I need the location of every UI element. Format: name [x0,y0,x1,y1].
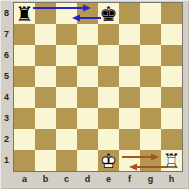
square-e2[interactable] [98,129,119,150]
square-g5[interactable] [140,66,161,87]
square-c6[interactable] [56,45,77,66]
square-a8[interactable]: ♜ [14,3,35,24]
square-f6[interactable] [119,45,140,66]
file-label-c: c [56,172,77,187]
square-d8[interactable] [77,3,98,24]
square-b5[interactable] [35,66,56,87]
square-g3[interactable] [140,108,161,129]
square-c3[interactable] [56,108,77,129]
file-labels: abcdefgh [14,172,182,187]
square-a2[interactable] [14,129,35,150]
piece-black-rook[interactable]: ♜ [14,3,35,24]
square-g7[interactable] [140,24,161,45]
square-b2[interactable] [35,129,56,150]
square-f3[interactable] [119,108,140,129]
file-label-f: f [119,172,140,187]
square-h5[interactable] [161,66,182,87]
piece-outline-glyph: ♔ [98,150,119,171]
square-b4[interactable] [35,87,56,108]
square-g1[interactable] [140,150,161,171]
square-b1[interactable] [35,150,56,171]
square-b3[interactable] [35,108,56,129]
square-b6[interactable] [35,45,56,66]
rank-label-6: 6 [0,45,13,66]
square-c4[interactable] [56,87,77,108]
square-e3[interactable] [98,108,119,129]
square-d4[interactable] [77,87,98,108]
square-f8[interactable] [119,3,140,24]
piece-outline-glyph: ♖ [161,150,182,171]
file-label-a: a [14,172,35,187]
rank-label-1: 1 [0,150,13,171]
square-g8[interactable] [140,3,161,24]
rank-label-5: 5 [0,66,13,87]
square-a6[interactable] [14,45,35,66]
square-b7[interactable] [35,24,56,45]
square-c1[interactable] [56,150,77,171]
rank-labels: 87654321 [0,3,13,171]
rank-label-4: 4 [0,87,13,108]
piece-white-rook[interactable]: ♜♖ [161,150,182,171]
square-g2[interactable] [140,129,161,150]
rank-label-3: 3 [0,108,13,129]
chess-diagram: 87654321 ♜♚♚♔♜♖ abcdefgh [0,0,189,189]
rank-label-8: 8 [0,3,13,24]
square-e1[interactable]: ♚♔ [98,150,119,171]
square-d6[interactable] [77,45,98,66]
square-e7[interactable] [98,24,119,45]
square-d2[interactable] [77,129,98,150]
square-c2[interactable] [56,129,77,150]
square-a3[interactable] [14,108,35,129]
square-c7[interactable] [56,24,77,45]
file-label-h: h [161,172,182,187]
square-e6[interactable] [98,45,119,66]
square-a4[interactable] [14,87,35,108]
square-g4[interactable] [140,87,161,108]
square-h6[interactable] [161,45,182,66]
square-d7[interactable] [77,24,98,45]
rank-label-2: 2 [0,129,13,150]
square-b8[interactable] [35,3,56,24]
square-c8[interactable] [56,3,77,24]
square-h4[interactable] [161,87,182,108]
chess-board[interactable]: ♜♚♚♔♜♖ [13,2,183,172]
square-a1[interactable] [14,150,35,171]
rank-label-7: 7 [0,24,13,45]
square-e5[interactable] [98,66,119,87]
file-label-d: d [77,172,98,187]
square-c5[interactable] [56,66,77,87]
square-h8[interactable] [161,3,182,24]
square-h7[interactable] [161,24,182,45]
piece-black-king[interactable]: ♚ [98,3,119,24]
square-f5[interactable] [119,66,140,87]
square-g6[interactable] [140,45,161,66]
square-a7[interactable] [14,24,35,45]
square-d3[interactable] [77,108,98,129]
square-d5[interactable] [77,66,98,87]
file-label-g: g [140,172,161,187]
square-f2[interactable] [119,129,140,150]
square-f1[interactable] [119,150,140,171]
square-e4[interactable] [98,87,119,108]
square-e8[interactable]: ♚ [98,3,119,24]
square-h3[interactable] [161,108,182,129]
square-a5[interactable] [14,66,35,87]
file-label-b: b [35,172,56,187]
piece-white-king[interactable]: ♚♔ [98,150,119,171]
square-f7[interactable] [119,24,140,45]
file-label-e: e [98,172,119,187]
square-d1[interactable] [77,150,98,171]
square-f4[interactable] [119,87,140,108]
square-h1[interactable]: ♜♖ [161,150,182,171]
square-h2[interactable] [161,129,182,150]
